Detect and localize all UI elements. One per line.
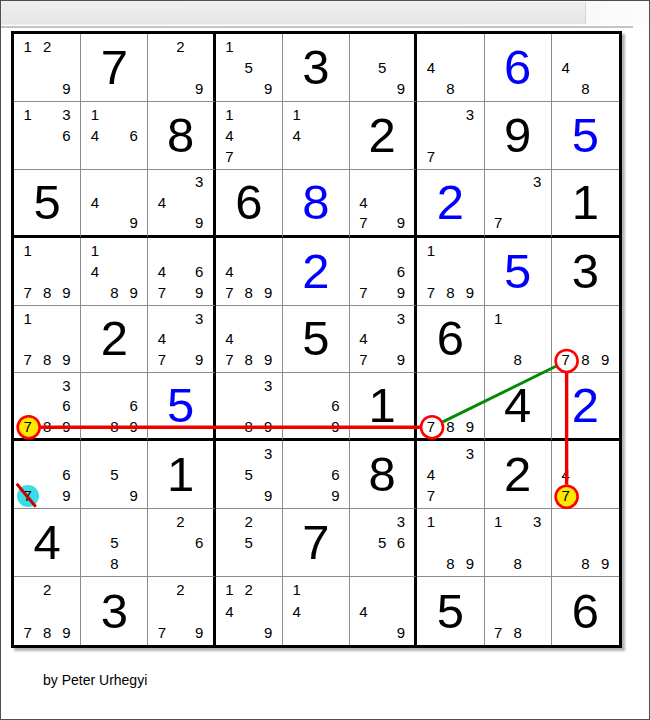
- cell-r3c6[interactable]: 479: [350, 170, 417, 238]
- cell-r2c9[interactable]: 5: [552, 102, 619, 170]
- candidate-1[interactable]: 1: [85, 240, 104, 261]
- candidate-2[interactable]: 2: [239, 511, 258, 532]
- cell-r6c2[interactable]: 689: [81, 373, 148, 441]
- pencil-marks: 48: [421, 36, 479, 99]
- pencil-marks: 129: [18, 36, 76, 99]
- pencil-marks: 26: [152, 511, 208, 574]
- given-digit: 5: [283, 306, 349, 373]
- cell-r7c7[interactable]: 347: [417, 441, 484, 509]
- candidate-7[interactable]: 7: [354, 282, 373, 303]
- candidate-4[interactable]: 4: [152, 261, 171, 282]
- cell-r4c6[interactable]: 679: [350, 238, 417, 306]
- candidate-6[interactable]: 6: [392, 532, 411, 553]
- pencil-marks: 49: [85, 172, 143, 233]
- candidate-9[interactable]: 9: [190, 349, 209, 370]
- candidate-9[interactable]: 9: [57, 282, 76, 303]
- cell-r1c6[interactable]: 59: [350, 34, 417, 102]
- cell-r1c3[interactable]: 29: [148, 34, 215, 102]
- candidate-1[interactable]: 1: [18, 240, 37, 261]
- given-digit: 2: [350, 102, 414, 169]
- pencil-marks: 359: [220, 443, 278, 506]
- cell-r4c3[interactable]: 4679: [148, 238, 215, 306]
- cell-r5c7[interactable]: 6: [417, 306, 484, 374]
- cell-r2c6[interactable]: 2: [350, 102, 417, 170]
- cell-r5c5[interactable]: 5: [283, 306, 350, 374]
- candidate-1[interactable]: 1: [287, 104, 306, 125]
- cell-r8c9[interactable]: 89: [552, 509, 619, 577]
- candidate-9[interactable]: 9: [258, 622, 277, 643]
- cell-r5c4[interactable]: 4789: [216, 306, 283, 374]
- cell-r9c9[interactable]: 6: [552, 577, 619, 645]
- cell-r8c5[interactable]: 7: [283, 509, 350, 577]
- candidate-1[interactable]: 1: [220, 104, 239, 125]
- candidate-8[interactable]: 8: [239, 416, 258, 436]
- candidate-8[interactable]: 8: [576, 553, 596, 574]
- pencil-marks: 69: [287, 375, 345, 436]
- cell-r1c1[interactable]: 129: [14, 34, 81, 102]
- candidate-9[interactable]: 9: [258, 349, 277, 370]
- candidate-3[interactable]: 3: [258, 375, 277, 395]
- given-digit: 3: [81, 577, 147, 645]
- candidate-8[interactable]: 8: [37, 349, 56, 370]
- candidate-1[interactable]: 1: [220, 579, 239, 600]
- cell-r4c1[interactable]: 1789: [14, 238, 81, 306]
- candidate-4[interactable]: 4: [220, 125, 239, 146]
- cell-r7c6[interactable]: 8: [350, 441, 417, 509]
- solved-digit: 2: [417, 170, 483, 235]
- given-digit: 3: [552, 238, 619, 305]
- candidate-4[interactable]: 4: [287, 600, 306, 621]
- candidate-9[interactable]: 9: [392, 212, 411, 232]
- candidate-6[interactable]: 6: [326, 464, 345, 485]
- candidate-4[interactable]: 4: [354, 600, 373, 621]
- candidate-1[interactable]: 1: [489, 308, 508, 329]
- cell-r6c7[interactable]: 789: [417, 373, 484, 441]
- candidate-1[interactable]: 1: [18, 36, 37, 57]
- candidate-9[interactable]: 9: [460, 416, 479, 436]
- cell-r4c2[interactable]: 1489: [81, 238, 148, 306]
- candidate-9[interactable]: 9: [392, 282, 411, 303]
- candidate-7[interactable]: 7: [18, 282, 37, 303]
- candidate-6[interactable]: 6: [190, 261, 209, 282]
- pencil-marks: 2789: [18, 579, 76, 643]
- candidate-6[interactable]: 6: [124, 125, 143, 146]
- candidate-9[interactable]: 9: [258, 78, 277, 99]
- solved-digit: 2: [283, 238, 349, 305]
- cell-r1c5[interactable]: 3: [283, 34, 350, 102]
- candidate-4[interactable]: 4: [354, 192, 373, 212]
- candidate-6[interactable]: 6: [57, 125, 76, 146]
- cell-r5c6[interactable]: 3479: [350, 306, 417, 374]
- pencil-marks: 159: [220, 36, 278, 99]
- horizontal-scrollbar[interactable]: [1, 1, 649, 25]
- candidate-8[interactable]: 8: [105, 282, 124, 303]
- candidate-8[interactable]: 8: [37, 282, 56, 303]
- cell-r1c9[interactable]: 48: [552, 34, 619, 102]
- candidate-5[interactable]: 5: [239, 464, 258, 485]
- cell-r8c4[interactable]: 25: [216, 509, 283, 577]
- candidate-4[interactable]: 4: [85, 125, 104, 146]
- cell-r1c4[interactable]: 159: [216, 34, 283, 102]
- candidate-4[interactable]: 4: [354, 329, 373, 350]
- candidate-9[interactable]: 9: [392, 78, 411, 99]
- pencil-marks: 789: [556, 308, 615, 371]
- given-digit: 3: [283, 34, 349, 101]
- candidate-9[interactable]: 9: [124, 485, 143, 506]
- cell-r2c2[interactable]: 146: [81, 102, 148, 170]
- cell-r7c4[interactable]: 359: [216, 441, 283, 509]
- pencil-marks: 25: [220, 511, 278, 574]
- cell-r6c9[interactable]: 2: [552, 373, 619, 441]
- cell-r8c2[interactable]: 58: [81, 509, 148, 577]
- cell-r9c1[interactable]: 2789: [14, 577, 81, 645]
- candidate-9[interactable]: 9: [392, 349, 411, 370]
- candidate-4[interactable]: 4: [85, 192, 104, 212]
- candidate-4[interactable]: 4: [152, 329, 171, 350]
- candidate-9[interactable]: 9: [190, 212, 209, 232]
- cell-r2c5[interactable]: 14: [283, 102, 350, 170]
- cell-r9c5[interactable]: 14: [283, 577, 350, 645]
- solved-digit: 5: [485, 238, 551, 305]
- cell-r3c5[interactable]: 8: [283, 170, 350, 238]
- cell-r8c6[interactable]: 356: [350, 509, 417, 577]
- candidate-3[interactable]: 3: [190, 308, 209, 329]
- pencil-marks: 689: [85, 375, 143, 436]
- candidate-2[interactable]: 2: [171, 579, 190, 600]
- pencil-marks: 389: [220, 375, 278, 436]
- cell-r4c8[interactable]: 5: [485, 238, 552, 306]
- candidate-7[interactable]: 7: [18, 622, 37, 643]
- candidate-9[interactable]: 9: [258, 485, 277, 506]
- pencil-marks: 1789: [18, 240, 76, 303]
- candidate-8[interactable]: 8: [441, 282, 460, 303]
- candidate-8[interactable]: 8: [37, 622, 56, 643]
- pencil-marks: 1789: [18, 308, 76, 371]
- candidate-9[interactable]: 9: [190, 622, 209, 643]
- candidate-3[interactable]: 3: [460, 443, 479, 464]
- cell-r4c7[interactable]: 1789: [417, 238, 484, 306]
- given-digit: 7: [81, 34, 147, 101]
- candidate-2[interactable]: 2: [37, 36, 56, 57]
- candidate-4[interactable]: 4: [421, 57, 440, 78]
- candidate-9[interactable]: 9: [326, 485, 345, 506]
- cell-r6c3[interactable]: 5: [148, 373, 215, 441]
- candidate-1[interactable]: 1: [18, 104, 37, 125]
- cell-r5c9[interactable]: 789: [552, 306, 619, 374]
- candidate-4[interactable]: 4: [556, 464, 576, 485]
- pencil-marks: 36789: [18, 375, 76, 436]
- cell-r9c8[interactable]: 78: [485, 577, 552, 645]
- candidate-1[interactable]: 1: [220, 36, 239, 57]
- cell-r2c7[interactable]: 37: [417, 102, 484, 170]
- candidate-5[interactable]: 5: [105, 532, 124, 553]
- pencil-marks: 78: [489, 579, 547, 643]
- candidate-3[interactable]: 3: [190, 172, 209, 192]
- candidate-2[interactable]: 2: [37, 579, 56, 600]
- candidate-5[interactable]: 5: [239, 532, 258, 553]
- pencil-marks: 47: [556, 443, 615, 506]
- candidate-4[interactable]: 4: [220, 600, 239, 621]
- candidate-8[interactable]: 8: [105, 553, 124, 574]
- pencil-marks: 4789: [220, 240, 278, 303]
- cell-r3c4[interactable]: 6: [216, 170, 283, 238]
- candidate-9[interactable]: 9: [57, 622, 76, 643]
- cell-r9c4[interactable]: 1249: [216, 577, 283, 645]
- candidate-1[interactable]: 1: [287, 579, 306, 600]
- candidate-7[interactable]: 7: [489, 212, 508, 232]
- candidate-2[interactable]: 2: [239, 579, 258, 600]
- pencil-marks: 138: [489, 511, 547, 574]
- candidate-9[interactable]: 9: [460, 282, 479, 303]
- scrollbar-thumb[interactable]: [2, 2, 586, 24]
- pencil-marks: 89: [556, 511, 615, 574]
- solved-digit: 6: [485, 34, 551, 101]
- cell-r7c8[interactable]: 2: [485, 441, 552, 509]
- candidate-9[interactable]: 9: [124, 416, 143, 436]
- candidate-7[interactable]: 7: [220, 349, 239, 370]
- solved-digit: 2: [552, 373, 619, 438]
- cell-r9c7[interactable]: 5: [417, 577, 484, 645]
- cell-r7c9[interactable]: 47: [552, 441, 619, 509]
- candidate-6[interactable]: 6: [190, 532, 209, 553]
- cell-r5c3[interactable]: 3479: [148, 306, 215, 374]
- given-digit: 5: [417, 577, 483, 645]
- cell-r4c9[interactable]: 3: [552, 238, 619, 306]
- candidate-8[interactable]: 8: [441, 553, 460, 574]
- pencil-marks: 69: [287, 443, 345, 506]
- candidate-9[interactable]: 9: [57, 485, 76, 506]
- pencil-marks: 1789: [421, 240, 479, 303]
- candidate-7[interactable]: 7: [152, 622, 171, 643]
- candidate-9[interactable]: 9: [460, 553, 479, 574]
- candidate-7[interactable]: 7: [18, 416, 37, 436]
- cell-r3c7[interactable]: 2: [417, 170, 484, 238]
- given-digit: 2: [485, 441, 551, 508]
- cell-r7c5[interactable]: 69: [283, 441, 350, 509]
- candidate-3[interactable]: 3: [527, 172, 546, 192]
- candidate-7[interactable]: 7: [18, 349, 37, 370]
- candidate-8[interactable]: 8: [239, 349, 258, 370]
- candidate-8[interactable]: 8: [441, 78, 460, 99]
- candidate-9[interactable]: 9: [57, 78, 76, 99]
- pencil-marks: 59: [85, 443, 143, 506]
- cell-r8c1[interactable]: 4: [14, 509, 81, 577]
- candidate-8[interactable]: 8: [576, 78, 596, 99]
- candidate-9[interactable]: 9: [258, 282, 277, 303]
- candidate-6[interactable]: 6: [57, 396, 76, 416]
- cell-r3c2[interactable]: 49: [81, 170, 148, 238]
- pencil-marks: 146: [85, 104, 143, 167]
- solved-digit: 5: [148, 373, 212, 438]
- cell-r9c3[interactable]: 279: [148, 577, 215, 645]
- cell-r6c1[interactable]: 36789: [14, 373, 81, 441]
- cell-r8c7[interactable]: 189: [417, 509, 484, 577]
- cell-r1c7[interactable]: 48: [417, 34, 484, 102]
- candidate-5[interactable]: 5: [373, 532, 392, 553]
- cell-r2c4[interactable]: 147: [216, 102, 283, 170]
- candidate-4[interactable]: 4: [287, 125, 306, 146]
- candidate-2[interactable]: 2: [171, 36, 190, 57]
- candidate-6[interactable]: 6: [57, 464, 76, 485]
- pencil-marks: 189: [421, 511, 479, 574]
- candidate-7[interactable]: 7: [421, 485, 440, 506]
- candidate-8[interactable]: 8: [105, 416, 124, 436]
- cell-r6c4[interactable]: 389: [216, 373, 283, 441]
- pencil-marks: 136: [18, 104, 76, 167]
- pencil-marks: 37: [489, 172, 547, 233]
- candidate-7[interactable]: 7: [489, 622, 508, 643]
- candidate-4[interactable]: 4: [220, 261, 239, 282]
- candidate-7[interactable]: 7: [220, 282, 239, 303]
- candidate-4[interactable]: 4: [421, 464, 440, 485]
- cell-r7c2[interactable]: 59: [81, 441, 148, 509]
- given-digit: 8: [148, 102, 212, 169]
- pencil-marks: 279: [152, 579, 208, 643]
- sudoku-app-window: 1297291593594864813614681471423795549349…: [0, 0, 650, 720]
- candidate-9[interactable]: 9: [258, 416, 277, 436]
- candidate-6[interactable]: 6: [124, 396, 143, 416]
- pencil-marks: 347: [421, 443, 479, 506]
- candidate-8[interactable]: 8: [37, 416, 56, 436]
- pencil-marks: 789: [421, 375, 479, 436]
- candidate-3[interactable]: 3: [392, 308, 411, 329]
- candidate-5[interactable]: 5: [373, 57, 392, 78]
- candidate-8[interactable]: 8: [239, 282, 258, 303]
- pencil-marks: 37: [421, 104, 479, 167]
- pencil-marks: 29: [152, 36, 208, 99]
- candidate-4[interactable]: 4: [152, 192, 171, 212]
- author-credit: by Peter Urhegyi: [43, 672, 147, 688]
- candidate-1[interactable]: 1: [421, 511, 440, 532]
- given-digit: 6: [552, 577, 619, 645]
- candidate-8[interactable]: 8: [508, 553, 527, 574]
- candidate-1[interactable]: 1: [421, 240, 440, 261]
- candidate-8[interactable]: 8: [441, 416, 460, 436]
- candidate-7[interactable]: 7: [556, 349, 576, 370]
- candidate-9[interactable]: 9: [326, 416, 345, 436]
- cell-r5c8[interactable]: 18: [485, 306, 552, 374]
- header-divider: [1, 26, 633, 28]
- given-digit: 4: [485, 373, 551, 438]
- candidate-4[interactable]: 4: [85, 261, 104, 282]
- cell-r8c3[interactable]: 26: [148, 509, 215, 577]
- candidate-7[interactable]: 7: [421, 146, 440, 167]
- candidate-7[interactable]: 7: [556, 485, 576, 506]
- cell-r8c8[interactable]: 138: [485, 509, 552, 577]
- candidate-2[interactable]: 2: [171, 511, 190, 532]
- given-digit: 9: [485, 102, 551, 169]
- cell-r7c3[interactable]: 1: [148, 441, 215, 509]
- candidate-9[interactable]: 9: [57, 349, 76, 370]
- cell-r4c4[interactable]: 4789: [216, 238, 283, 306]
- candidate-3[interactable]: 3: [392, 511, 411, 532]
- given-digit: 2: [81, 306, 147, 373]
- candidate-8[interactable]: 8: [508, 622, 527, 643]
- cell-r2c3[interactable]: 8: [148, 102, 215, 170]
- candidate-1[interactable]: 1: [489, 511, 508, 532]
- given-digit: 8: [350, 441, 414, 508]
- candidate-9[interactable]: 9: [124, 282, 143, 303]
- candidate-9[interactable]: 9: [595, 349, 615, 370]
- cell-r6c8[interactable]: 4: [485, 373, 552, 441]
- cell-r4c5[interactable]: 2: [283, 238, 350, 306]
- given-digit: 6: [216, 170, 282, 235]
- candidate-9[interactable]: 9: [595, 553, 615, 574]
- candidate-3[interactable]: 3: [460, 104, 479, 125]
- candidate-7[interactable]: 7: [421, 416, 440, 436]
- cell-r2c8[interactable]: 9: [485, 102, 552, 170]
- pencil-marks: 147: [220, 104, 278, 167]
- cell-r1c2[interactable]: 7: [81, 34, 148, 102]
- cell-r1c8[interactable]: 6: [485, 34, 552, 102]
- cell-r2c1[interactable]: 136: [14, 102, 81, 170]
- given-digit: 1: [148, 441, 212, 508]
- candidate-4[interactable]: 4: [220, 329, 239, 350]
- cell-r3c9[interactable]: 1: [552, 170, 619, 238]
- pencil-marks: 349: [152, 172, 208, 233]
- solved-digit: 5: [552, 102, 619, 169]
- pencil-marks: 49: [354, 579, 410, 643]
- pencil-marks: 3479: [152, 308, 208, 371]
- given-digit: 1: [552, 170, 619, 235]
- candidate-3[interactable]: 3: [258, 443, 277, 464]
- cell-r9c6[interactable]: 49: [350, 577, 417, 645]
- pencil-marks: 48: [556, 36, 615, 99]
- sudoku-board: 1297291593594864813614681471423795549349…: [11, 31, 622, 648]
- candidate-1[interactable]: 1: [18, 308, 37, 329]
- candidate-6[interactable]: 6: [392, 261, 411, 282]
- candidate-3[interactable]: 3: [57, 375, 76, 395]
- candidate-7[interactable]: 7: [152, 282, 171, 303]
- candidate-7[interactable]: 7: [354, 349, 373, 370]
- candidate-5[interactable]: 5: [239, 57, 258, 78]
- candidate-7[interactable]: 7: [18, 485, 37, 506]
- candidate-9[interactable]: 9: [57, 416, 76, 436]
- candidate-9[interactable]: 9: [392, 622, 411, 643]
- candidate-5[interactable]: 5: [105, 464, 124, 485]
- cell-r6c5[interactable]: 69: [283, 373, 350, 441]
- candidate-6[interactable]: 6: [326, 396, 345, 416]
- cell-r3c1[interactable]: 5: [14, 170, 81, 238]
- candidate-1[interactable]: 1: [85, 104, 104, 125]
- cell-r3c3[interactable]: 349: [148, 170, 215, 238]
- candidate-8[interactable]: 8: [508, 349, 527, 370]
- candidate-7[interactable]: 7: [354, 212, 373, 232]
- candidate-9[interactable]: 9: [190, 282, 209, 303]
- pencil-marks: 18: [489, 308, 547, 371]
- candidate-7[interactable]: 7: [220, 146, 239, 167]
- cell-r6c6[interactable]: 1: [350, 373, 417, 441]
- cell-r5c1[interactable]: 1789: [14, 306, 81, 374]
- candidate-4[interactable]: 4: [556, 57, 576, 78]
- candidate-8[interactable]: 8: [576, 349, 596, 370]
- candidate-9[interactable]: 9: [190, 78, 209, 99]
- cell-r5c2[interactable]: 2: [81, 306, 148, 374]
- pencil-marks: 14: [287, 579, 345, 643]
- solved-digit: 8: [283, 170, 349, 235]
- candidate-7[interactable]: 7: [152, 349, 171, 370]
- given-digit: 5: [14, 170, 80, 235]
- cell-r9c2[interactable]: 3: [81, 577, 148, 645]
- pencil-marks: 1249: [220, 579, 278, 643]
- candidate-3[interactable]: 3: [527, 511, 546, 532]
- candidate-9[interactable]: 9: [124, 212, 143, 232]
- cell-r7c1[interactable]: 679: [14, 441, 81, 509]
- pencil-marks: 4789: [220, 308, 278, 371]
- cell-r3c8[interactable]: 37: [485, 170, 552, 238]
- candidate-7[interactable]: 7: [421, 282, 440, 303]
- candidate-3[interactable]: 3: [57, 104, 76, 125]
